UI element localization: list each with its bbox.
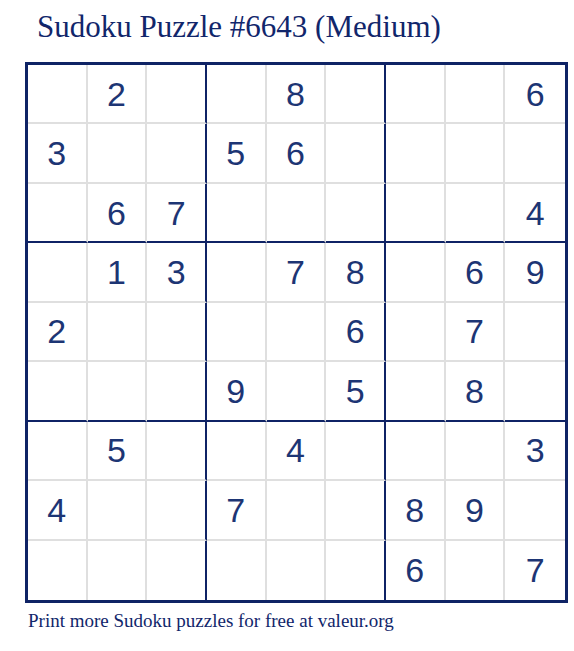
sudoku-cell-r6c4-given: 9 <box>207 362 267 421</box>
sudoku-cell-r4c9-given: 9 <box>505 243 565 302</box>
sudoku-cell-r1c9-given: 6 <box>505 65 565 124</box>
sudoku-cell-r3c1-empty[interactable] <box>28 184 88 243</box>
sudoku-cell-r9c3-empty[interactable] <box>147 541 207 600</box>
sudoku-cell-r7c9-given: 3 <box>505 422 565 481</box>
sudoku-cell-r7c3-empty[interactable] <box>147 422 207 481</box>
sudoku-cell-r9c1-empty[interactable] <box>28 541 88 600</box>
sudoku-cell-r6c9-empty[interactable] <box>505 362 565 421</box>
sudoku-cell-r3c3-given: 7 <box>147 184 207 243</box>
sudoku-cell-r1c4-empty[interactable] <box>207 65 267 124</box>
sudoku-cell-r8c5-empty[interactable] <box>267 481 327 540</box>
page-title: Sudoku Puzzle #6643 (Medium) <box>37 9 441 45</box>
sudoku-cell-r1c5-given: 8 <box>267 65 327 124</box>
sudoku-cell-r2c1-given: 3 <box>28 124 88 183</box>
sudoku-cell-r2c8-empty[interactable] <box>446 124 506 183</box>
sudoku-cell-r8c4-given: 7 <box>207 481 267 540</box>
sudoku-cell-r4c7-empty[interactable] <box>386 243 446 302</box>
sudoku-cell-r9c4-empty[interactable] <box>207 541 267 600</box>
sudoku-cell-r8c3-empty[interactable] <box>147 481 207 540</box>
sudoku-cell-r3c9-given: 4 <box>505 184 565 243</box>
sudoku-cell-r1c7-empty[interactable] <box>386 65 446 124</box>
sudoku-cell-r1c3-empty[interactable] <box>147 65 207 124</box>
sudoku-cell-r8c8-given: 9 <box>446 481 506 540</box>
sudoku-cell-r6c7-empty[interactable] <box>386 362 446 421</box>
sudoku-cell-r3c6-empty[interactable] <box>326 184 386 243</box>
sudoku-cell-r3c5-empty[interactable] <box>267 184 327 243</box>
sudoku-cell-r4c3-given: 3 <box>147 243 207 302</box>
sudoku-cell-r9c6-empty[interactable] <box>326 541 386 600</box>
sudoku-cell-r5c3-empty[interactable] <box>147 303 207 362</box>
sudoku-cell-r3c8-empty[interactable] <box>446 184 506 243</box>
sudoku-cell-r8c7-given: 8 <box>386 481 446 540</box>
sudoku-cell-r1c6-empty[interactable] <box>326 65 386 124</box>
sudoku-board: 286356674137869267958543478967 <box>25 62 568 603</box>
sudoku-cell-r2c2-empty[interactable] <box>88 124 148 183</box>
sudoku-cell-r7c1-empty[interactable] <box>28 422 88 481</box>
sudoku-cell-r6c6-given: 5 <box>326 362 386 421</box>
sudoku-cell-r6c2-empty[interactable] <box>88 362 148 421</box>
sudoku-cell-r5c9-empty[interactable] <box>505 303 565 362</box>
sudoku-cell-r9c2-empty[interactable] <box>88 541 148 600</box>
sudoku-cell-r5c4-empty[interactable] <box>207 303 267 362</box>
sudoku-cell-r3c7-empty[interactable] <box>386 184 446 243</box>
sudoku-cell-r7c5-given: 4 <box>267 422 327 481</box>
sudoku-cell-r8c1-given: 4 <box>28 481 88 540</box>
sudoku-cell-r3c4-empty[interactable] <box>207 184 267 243</box>
sudoku-cell-r4c6-given: 8 <box>326 243 386 302</box>
sudoku-cell-r4c4-empty[interactable] <box>207 243 267 302</box>
sudoku-cell-r5c7-empty[interactable] <box>386 303 446 362</box>
sudoku-cell-r2c3-empty[interactable] <box>147 124 207 183</box>
sudoku-cell-r7c6-empty[interactable] <box>326 422 386 481</box>
sudoku-cell-r5c8-given: 7 <box>446 303 506 362</box>
sudoku-cell-r5c5-empty[interactable] <box>267 303 327 362</box>
sudoku-cell-r2c5-given: 6 <box>267 124 327 183</box>
sudoku-cell-r2c9-empty[interactable] <box>505 124 565 183</box>
sudoku-cell-r2c4-given: 5 <box>207 124 267 183</box>
sudoku-cell-r3c2-given: 6 <box>88 184 148 243</box>
sudoku-cell-r1c8-empty[interactable] <box>446 65 506 124</box>
sudoku-cell-r9c8-empty[interactable] <box>446 541 506 600</box>
sudoku-page: Sudoku Puzzle #6643 (Medium) 28635667413… <box>0 0 574 651</box>
sudoku-cell-r6c5-empty[interactable] <box>267 362 327 421</box>
sudoku-cell-r9c7-given: 6 <box>386 541 446 600</box>
sudoku-cell-r9c9-given: 7 <box>505 541 565 600</box>
sudoku-cell-r9c5-empty[interactable] <box>267 541 327 600</box>
sudoku-cell-r2c6-empty[interactable] <box>326 124 386 183</box>
sudoku-cell-r5c2-empty[interactable] <box>88 303 148 362</box>
sudoku-cell-r4c5-given: 7 <box>267 243 327 302</box>
sudoku-cell-r6c3-empty[interactable] <box>147 362 207 421</box>
sudoku-cell-r5c6-given: 6 <box>326 303 386 362</box>
sudoku-cell-r1c2-given: 2 <box>88 65 148 124</box>
sudoku-cell-r4c8-given: 6 <box>446 243 506 302</box>
sudoku-cell-r1c1-empty[interactable] <box>28 65 88 124</box>
sudoku-cell-r8c2-empty[interactable] <box>88 481 148 540</box>
footer-text: Print more Sudoku puzzles for free at va… <box>28 610 394 632</box>
sudoku-cell-r2c7-empty[interactable] <box>386 124 446 183</box>
sudoku-cell-r8c6-empty[interactable] <box>326 481 386 540</box>
sudoku-cell-r7c2-given: 5 <box>88 422 148 481</box>
sudoku-cell-r6c8-given: 8 <box>446 362 506 421</box>
sudoku-cell-r7c4-empty[interactable] <box>207 422 267 481</box>
sudoku-cell-r4c1-empty[interactable] <box>28 243 88 302</box>
sudoku-cell-r5c1-given: 2 <box>28 303 88 362</box>
sudoku-cell-r7c8-empty[interactable] <box>446 422 506 481</box>
sudoku-cell-r6c1-empty[interactable] <box>28 362 88 421</box>
sudoku-cell-r8c9-empty[interactable] <box>505 481 565 540</box>
sudoku-cell-r7c7-empty[interactable] <box>386 422 446 481</box>
sudoku-cell-r4c2-given: 1 <box>88 243 148 302</box>
